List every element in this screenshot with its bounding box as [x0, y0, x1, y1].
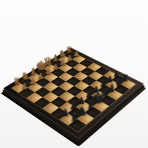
chess-scene: ♜♞♝♛♚♝♞♜♟♟♟♟♟♟♟♟♟♟♟♟♟♟♟♟♜♞♝♛♚♝♞♜ [0, 0, 148, 148]
piece-white-pawn-h2[interactable]: ♟ [19, 83, 30, 91]
product-photo-stage: ♜♞♝♛♚♝♞♜♟♟♟♟♟♟♟♟♟♟♟♟♟♟♟♟♜♞♝♛♚♝♞♜ [0, 0, 148, 148]
white-pawn-icon: ♟ [19, 83, 30, 91]
piece-black-rook-h8[interactable]: ♜ [68, 113, 80, 123]
black-rook-icon: ♜ [68, 113, 80, 123]
chess-board: ♜♞♝♛♚♝♞♜♟♟♟♟♟♟♟♟♟♟♟♟♟♟♟♟♜♞♝♛♚♝♞♜ [3, 48, 144, 140]
